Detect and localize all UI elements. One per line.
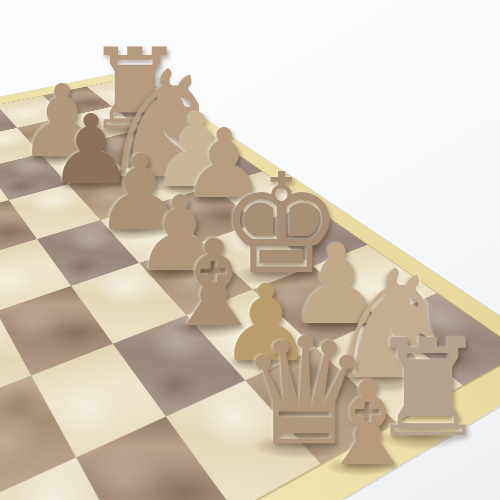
chess-piece-bishop-g1[interactable]: ♝	[316, 366, 420, 482]
product-photo-scene: ♟♟♜♞♟♟♟♟♝♚♟♟♛♞♜♝	[0, 0, 500, 500]
pieces-layer: ♟♟♜♞♟♟♟♟♝♚♟♟♛♞♜♝	[0, 0, 500, 500]
